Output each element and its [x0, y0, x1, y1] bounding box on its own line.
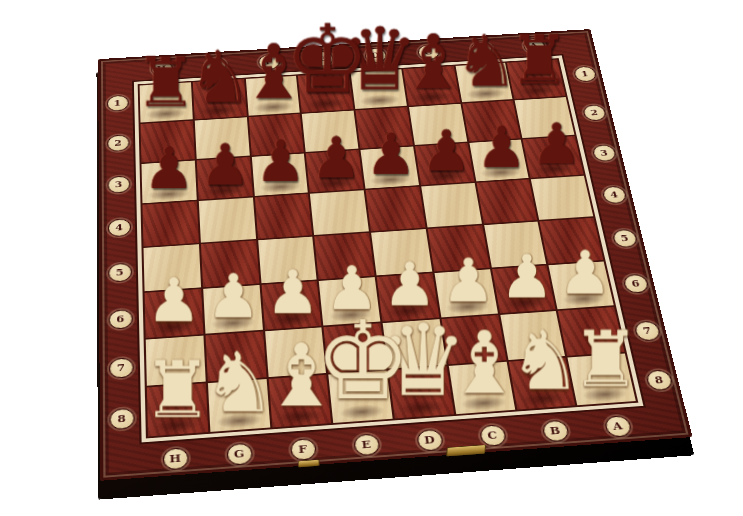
piece-cream-pawn-h6[interactable]: ♟ — [147, 270, 201, 331]
square-g8[interactable]: ♞ — [208, 379, 270, 432]
square-f3[interactable]: ♟ — [251, 153, 308, 196]
board-playing-area: ♜♞♝♚♛♝♞♜♟♟♟♟♟♟♟♟♟♟♟♟♟♟♟♟♜♞♝♚♛♝♞♜ — [134, 55, 644, 442]
square-g1[interactable]: ♞ — [193, 79, 247, 119]
rank-label-left-2: 2 — [107, 134, 129, 152]
square-h6[interactable]: ♟ — [145, 289, 203, 338]
piece-red-knight-g1[interactable]: ♞ — [188, 41, 252, 113]
piece-cream-pawn-c6[interactable]: ♟ — [442, 250, 496, 310]
piece-red-pawn-b3[interactable]: ♟ — [476, 119, 527, 176]
rank-label-right-2: 2 — [581, 104, 606, 121]
piece-red-pawn-g3[interactable]: ♟ — [200, 137, 251, 194]
piece-cream-rook-h8[interactable]: ♜ — [143, 350, 213, 428]
square-a4[interactable] — [531, 176, 593, 220]
square-g4[interactable] — [199, 198, 256, 243]
piece-red-rook-h1[interactable]: ♜ — [136, 48, 197, 116]
piece-red-pawn-f3[interactable]: ♟ — [255, 133, 306, 190]
piece-cream-pawn-g6[interactable]: ♟ — [206, 266, 260, 326]
rank-label-right-4: 4 — [601, 185, 627, 203]
rank-label-left-5: 5 — [108, 262, 132, 282]
rank-label-right-5: 5 — [611, 229, 638, 248]
square-f4[interactable] — [254, 194, 312, 239]
piece-red-pawn-h3[interactable]: ♟ — [144, 140, 195, 197]
file-label-bottom-f: F — [289, 438, 316, 461]
piece-red-pawn-e3[interactable]: ♟ — [311, 130, 362, 187]
piece-red-pawn-d3[interactable]: ♟ — [366, 126, 417, 183]
piece-cream-knight-g8[interactable]: ♞ — [203, 342, 277, 425]
piece-red-pawn-a3[interactable]: ♟ — [531, 116, 582, 172]
rank-label-left-3: 3 — [107, 175, 130, 193]
rank-label-left-4: 4 — [107, 218, 130, 237]
square-g3[interactable]: ♟ — [196, 157, 252, 200]
square-h1[interactable]: ♜ — [140, 82, 193, 122]
square-h4[interactable] — [142, 201, 198, 246]
file-label-bottom-b: B — [541, 419, 570, 442]
square-a6[interactable]: ♟ — [549, 261, 614, 309]
chess-board: ♜♞♝♚♛♝♞♜♟♟♟♟♟♟♟♟♟♟♟♟♟♟♟♟♜♞♝♚♛♝♞♜ 11HH22G… — [98, 29, 692, 481]
square-f1[interactable]: ♝ — [245, 76, 300, 116]
square-c4[interactable] — [421, 183, 481, 227]
square-e4[interactable] — [310, 190, 369, 235]
file-label-bottom-h: H — [162, 447, 188, 470]
rank-label-left-7: 7 — [109, 357, 134, 378]
rank-label-right-1: 1 — [572, 66, 597, 82]
square-a3[interactable]: ♟ — [523, 136, 584, 178]
square-d4[interactable] — [366, 187, 426, 231]
square-e3[interactable]: ♟ — [306, 150, 364, 193]
perspective-scene: ♜♞♝♚♛♝♞♜♟♟♟♟♟♟♟♟♟♟♟♟♟♟♟♟♜♞♝♚♛♝♞♜ 11HH22G… — [0, 0, 743, 516]
square-b3[interactable]: ♟ — [469, 139, 529, 181]
file-label-bottom-a: A — [603, 415, 632, 438]
square-c3[interactable]: ♟ — [415, 143, 474, 186]
piece-red-pawn-c3[interactable]: ♟ — [421, 123, 472, 180]
square-f6[interactable]: ♟ — [261, 281, 321, 329]
file-label-bottom-g: G — [226, 442, 253, 465]
square-h8[interactable]: ♜ — [147, 384, 208, 437]
rank-label-left-1: 1 — [106, 95, 128, 112]
file-label-bottom-e: E — [353, 433, 381, 456]
square-f8[interactable]: ♝ — [268, 375, 331, 428]
piece-cream-pawn-b6[interactable]: ♟ — [500, 246, 554, 306]
rank-label-left-8: 8 — [109, 407, 134, 429]
square-g6[interactable]: ♟ — [203, 285, 262, 334]
file-label-bottom-d: D — [415, 428, 443, 451]
square-d3[interactable]: ♟ — [360, 146, 418, 189]
rank-label-left-6: 6 — [108, 309, 132, 330]
piece-cream-pawn-f6[interactable]: ♟ — [265, 262, 319, 322]
product-photo-stage: ♜♞♝♚♛♝♞♜♟♟♟♟♟♟♟♟♟♟♟♟♟♟♟♟♜♞♝♚♛♝♞♜ 11HH22G… — [0, 0, 743, 516]
square-h3[interactable]: ♟ — [141, 160, 196, 203]
piece-cream-pawn-a6[interactable]: ♟ — [558, 242, 612, 302]
square-b4[interactable] — [476, 180, 537, 224]
square-b6[interactable]: ♟ — [492, 265, 556, 313]
rank-label-right-3: 3 — [591, 144, 617, 162]
file-label-bottom-c: C — [478, 424, 506, 447]
rank-label-right-8: 8 — [644, 369, 673, 391]
rank-label-right-6: 6 — [622, 273, 650, 293]
